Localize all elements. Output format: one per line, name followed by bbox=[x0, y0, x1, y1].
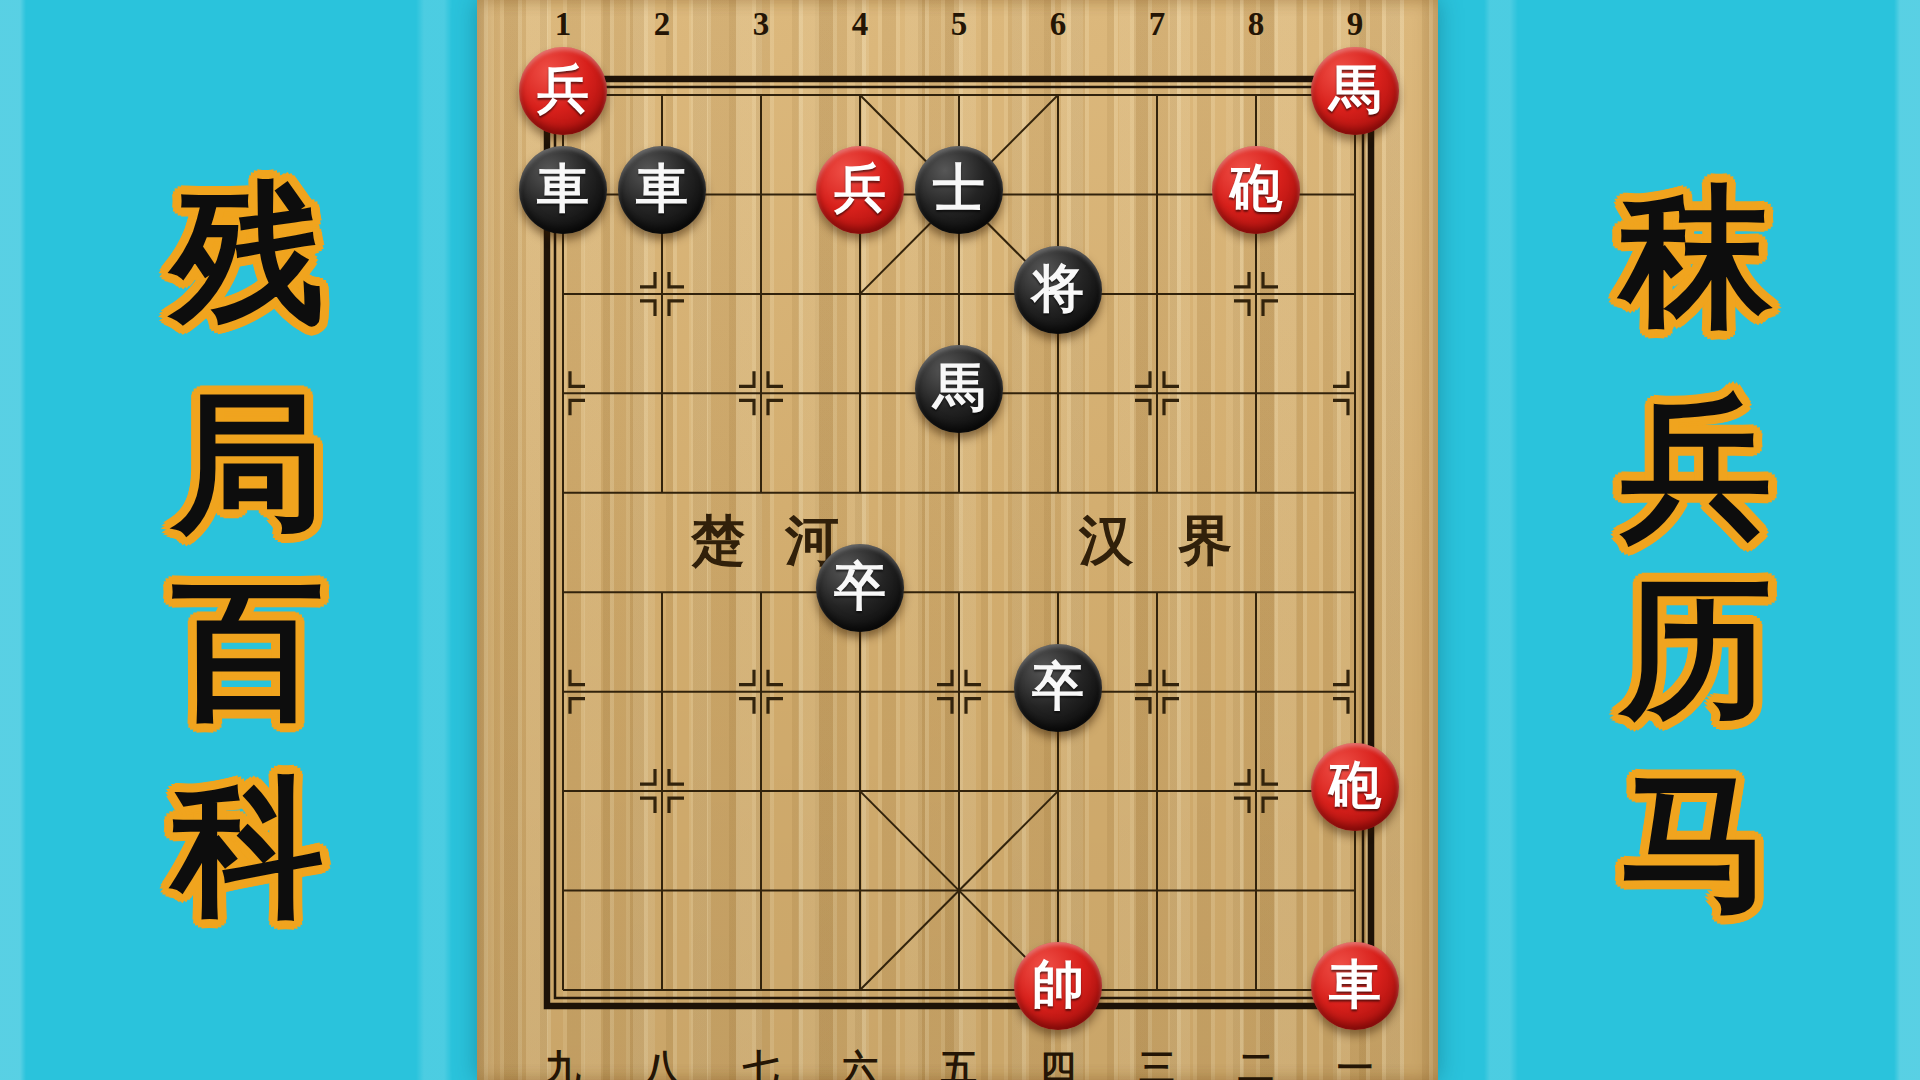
file-label-top-8: 8 bbox=[1234, 6, 1278, 43]
position-marker bbox=[739, 400, 754, 415]
position-marker bbox=[937, 670, 952, 685]
piece-glyph: 兵 bbox=[537, 64, 589, 116]
position-marker bbox=[669, 798, 684, 813]
piece-black-卒-r7c6[interactable]: 卒 bbox=[1014, 644, 1102, 732]
piece-red-砲-r8c9[interactable]: 砲 bbox=[1311, 743, 1399, 831]
file-label-bottom-9: 一 bbox=[1333, 1044, 1377, 1080]
piece-glyph: 将 bbox=[1032, 263, 1084, 315]
position-marker bbox=[1135, 371, 1150, 386]
position-marker bbox=[1263, 301, 1278, 316]
piece-glyph: 帥 bbox=[1032, 959, 1084, 1011]
piece-glyph: 兵 bbox=[834, 163, 886, 215]
screenshot-stage: 123456789 九八七六五四三二一 楚河汉界 兵馬兵砲砲帥車車車士将馬卒卒 … bbox=[0, 0, 1920, 1080]
piece-black-車-r2c1[interactable]: 車 bbox=[519, 146, 607, 234]
piece-glyph: 車 bbox=[537, 163, 589, 215]
file-label-top-7: 7 bbox=[1135, 6, 1179, 43]
position-marker bbox=[570, 699, 585, 714]
piece-black-士-r2c5[interactable]: 士 bbox=[915, 146, 1003, 234]
position-marker bbox=[739, 670, 754, 685]
position-marker bbox=[768, 699, 783, 714]
position-marker bbox=[1333, 400, 1348, 415]
piece-glyph: 砲 bbox=[1230, 163, 1282, 215]
right-title-char-2: 兵 bbox=[1586, 385, 1806, 549]
right-title-char-4: 马 bbox=[1586, 760, 1806, 924]
piece-black-馬-r4c5[interactable]: 馬 bbox=[915, 345, 1003, 433]
position-marker bbox=[966, 670, 981, 685]
position-marker bbox=[1164, 400, 1179, 415]
position-marker bbox=[1234, 769, 1249, 784]
file-label-top-1: 1 bbox=[541, 6, 585, 43]
piece-glyph: 卒 bbox=[1032, 661, 1084, 713]
river-char-1: 楚 bbox=[686, 509, 750, 573]
left-title-char-2: 局 bbox=[138, 381, 358, 545]
piece-glyph: 車 bbox=[1329, 959, 1381, 1011]
piece-glyph: 馬 bbox=[933, 362, 985, 414]
piece-black-卒-r6c4[interactable]: 卒 bbox=[816, 544, 904, 632]
position-marker bbox=[640, 769, 655, 784]
position-marker bbox=[640, 301, 655, 316]
river-char-4: 界 bbox=[1173, 509, 1237, 573]
piece-glyph: 車 bbox=[636, 163, 688, 215]
file-label-bottom-3: 七 bbox=[739, 1044, 783, 1080]
left-title-char-3: 百 bbox=[138, 568, 358, 732]
position-marker bbox=[1263, 798, 1278, 813]
position-marker bbox=[669, 272, 684, 287]
position-marker bbox=[768, 371, 783, 386]
position-marker bbox=[966, 699, 981, 714]
position-marker bbox=[937, 699, 952, 714]
position-marker bbox=[739, 699, 754, 714]
right-title-char-3: 历 bbox=[1586, 566, 1806, 730]
piece-red-兵-r2c4[interactable]: 兵 bbox=[816, 146, 904, 234]
position-marker bbox=[1333, 670, 1348, 685]
right-title-char-1: 秣 bbox=[1586, 175, 1806, 339]
file-label-top-6: 6 bbox=[1036, 6, 1080, 43]
position-marker bbox=[669, 769, 684, 784]
file-label-top-9: 9 bbox=[1333, 6, 1377, 43]
position-marker bbox=[570, 371, 585, 386]
piece-red-砲-r2c8[interactable]: 砲 bbox=[1212, 146, 1300, 234]
file-label-top-4: 4 bbox=[838, 6, 882, 43]
position-marker bbox=[1135, 400, 1150, 415]
piece-black-車-r2c2[interactable]: 車 bbox=[618, 146, 706, 234]
piece-black-将-r3c6[interactable]: 将 bbox=[1014, 246, 1102, 334]
position-marker bbox=[570, 670, 585, 685]
position-marker bbox=[1135, 670, 1150, 685]
piece-glyph: 卒 bbox=[834, 561, 886, 613]
file-label-bottom-5: 五 bbox=[937, 1044, 981, 1080]
position-marker bbox=[1234, 301, 1249, 316]
file-label-bottom-6: 四 bbox=[1036, 1044, 1080, 1080]
position-marker bbox=[669, 301, 684, 316]
piece-red-車-r10c9[interactable]: 車 bbox=[1311, 942, 1399, 1030]
file-label-bottom-2: 八 bbox=[640, 1044, 684, 1080]
position-marker bbox=[768, 670, 783, 685]
position-marker bbox=[1164, 699, 1179, 714]
left-title-char-1: 残 bbox=[138, 171, 358, 335]
left-title-char-4: 科 bbox=[138, 765, 358, 929]
file-label-top-2: 2 bbox=[640, 6, 684, 43]
position-marker bbox=[1333, 371, 1348, 386]
piece-red-馬-r1c9[interactable]: 馬 bbox=[1311, 47, 1399, 135]
position-marker bbox=[1263, 272, 1278, 287]
position-marker bbox=[1164, 670, 1179, 685]
piece-glyph: 砲 bbox=[1329, 760, 1381, 812]
position-marker bbox=[1333, 699, 1348, 714]
file-label-top-5: 5 bbox=[937, 6, 981, 43]
position-marker bbox=[1234, 272, 1249, 287]
file-label-top-3: 3 bbox=[739, 6, 783, 43]
river-char-3: 汉 bbox=[1074, 509, 1138, 573]
piece-red-帥-r10c6[interactable]: 帥 bbox=[1014, 942, 1102, 1030]
file-label-bottom-8: 二 bbox=[1234, 1044, 1278, 1080]
piece-glyph: 士 bbox=[933, 163, 985, 215]
position-marker bbox=[739, 371, 754, 386]
position-marker bbox=[768, 400, 783, 415]
piece-red-兵-r1c1[interactable]: 兵 bbox=[519, 47, 607, 135]
position-marker bbox=[1234, 798, 1249, 813]
file-label-bottom-1: 九 bbox=[541, 1044, 585, 1080]
position-marker bbox=[570, 400, 585, 415]
file-label-bottom-7: 三 bbox=[1135, 1044, 1179, 1080]
position-marker bbox=[640, 798, 655, 813]
file-label-bottom-4: 六 bbox=[838, 1044, 882, 1080]
position-marker bbox=[1164, 371, 1179, 386]
piece-glyph: 馬 bbox=[1329, 64, 1381, 116]
position-marker bbox=[1135, 699, 1150, 714]
position-marker bbox=[1263, 769, 1278, 784]
position-marker bbox=[640, 272, 655, 287]
